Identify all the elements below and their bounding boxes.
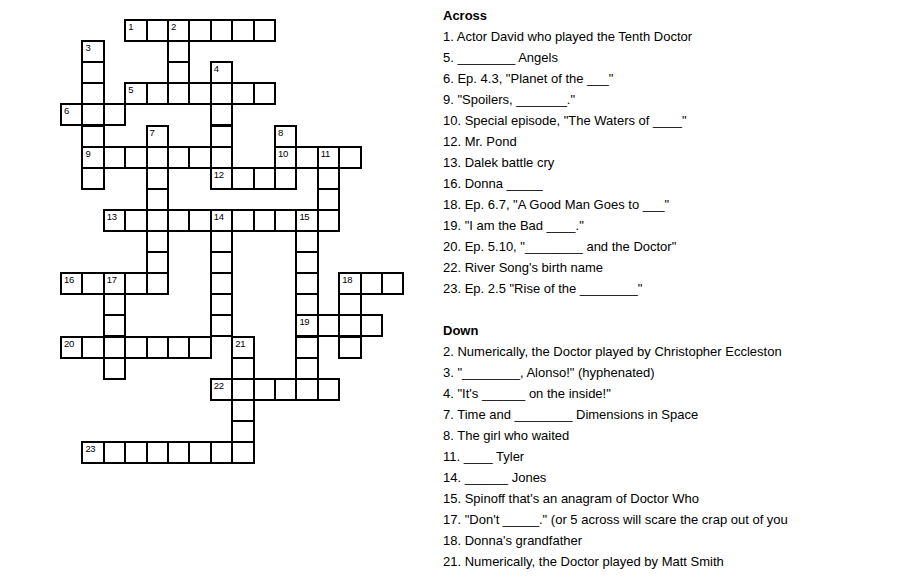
grid-cell-r7c8[interactable]	[231, 167, 254, 190]
grid-cell-r17c7[interactable]: 22	[210, 378, 233, 401]
grid-cell-r17c12[interactable]	[317, 378, 340, 401]
clue-number: 20	[64, 339, 74, 349]
grid-cell-r15c11[interactable]	[295, 336, 318, 359]
grid-cell-r20c7[interactable]	[210, 441, 233, 464]
grid-cell-r14c12[interactable]	[317, 314, 340, 337]
across-clue: 20. Ep. 5.10, "________ and the Doctor"	[443, 236, 888, 257]
grid-cell-r4c1[interactable]	[81, 103, 104, 126]
clue-number: 17	[107, 275, 117, 285]
grid-cell-r15c6[interactable]	[188, 336, 211, 359]
across-clue: 19. "I am the Bad ____."	[443, 215, 888, 236]
clue-number: 12	[214, 170, 224, 180]
grid-cell-r11c11[interactable]	[295, 251, 318, 274]
grid-cell-r14c13[interactable]	[338, 314, 361, 337]
clue-number: 2	[171, 22, 176, 32]
grid-cell-r12c15[interactable]	[381, 272, 404, 295]
grid-cell-r10c7[interactable]	[210, 230, 233, 253]
grid-cell-r9c7[interactable]: 14	[210, 209, 233, 232]
grid-cell-r12c4[interactable]	[146, 272, 169, 295]
clue-number: 5	[128, 85, 133, 95]
grid-cell-r0c4[interactable]	[146, 19, 169, 42]
grid-cell-r12c7[interactable]	[210, 272, 233, 295]
grid-cell-r9c12[interactable]	[317, 209, 340, 232]
grid-cell-r6c10[interactable]: 10	[274, 146, 297, 169]
grid-cell-r6c4[interactable]	[146, 146, 169, 169]
grid-cell-r5c7[interactable]	[210, 125, 233, 148]
grid-cell-r14c14[interactable]	[360, 314, 383, 337]
clue-number: 7	[150, 128, 155, 138]
grid-cell-r15c2[interactable]	[103, 336, 126, 359]
grid-cell-r2c1[interactable]	[81, 61, 104, 84]
grid-cell-r15c3[interactable]	[124, 336, 147, 359]
grid-cell-r0c6[interactable]	[188, 19, 211, 42]
grid-cell-r15c5[interactable]	[167, 336, 190, 359]
grid-cell-r12c14[interactable]	[360, 272, 383, 295]
grid-cell-r6c12[interactable]: 11	[317, 146, 340, 169]
grid-cell-r0c9[interactable]	[253, 19, 276, 42]
down-clue: 4. "It's ______ on the inside!"	[443, 383, 888, 404]
grid-cell-r18c8[interactable]	[231, 399, 254, 422]
clue-number: 4	[214, 64, 219, 74]
grid-cell-r9c10[interactable]	[274, 209, 297, 232]
grid-cell-r6c7[interactable]	[210, 146, 233, 169]
grid-cell-r8c12[interactable]	[317, 188, 340, 211]
grid-cell-r6c6[interactable]	[188, 146, 211, 169]
grid-cell-r12c3[interactable]	[124, 272, 147, 295]
clue-number: 15	[299, 212, 309, 222]
grid-cell-r15c8[interactable]: 21	[231, 336, 254, 359]
grid-cell-r17c10[interactable]	[274, 378, 297, 401]
clue-number: 21	[235, 339, 245, 349]
across-clue: 16. Donna _____	[443, 173, 888, 194]
grid-cell-r20c6[interactable]	[188, 441, 211, 464]
grid-cell-r15c0[interactable]: 20	[60, 336, 83, 359]
grid-cell-r13c2[interactable]	[103, 293, 126, 316]
grid-cell-r9c9[interactable]	[253, 209, 276, 232]
grid-cell-r9c3[interactable]	[124, 209, 147, 232]
grid-cell-r1c5[interactable]	[167, 40, 190, 63]
grid-cell-r1c1[interactable]: 3	[81, 40, 104, 63]
grid-cell-r19c8[interactable]	[231, 420, 254, 443]
grid-cell-r12c0[interactable]: 16	[60, 272, 83, 295]
across-clue: 5. ________ Angels	[443, 47, 888, 68]
down-clue: 11. ____ Tyler	[443, 446, 888, 467]
grid-cell-r3c1[interactable]	[81, 82, 104, 105]
grid-cell-r20c4[interactable]	[146, 441, 169, 464]
grid-cell-r12c11[interactable]	[295, 272, 318, 295]
down-clue: 7. Time and ________ Dimensions in Space	[443, 404, 888, 425]
grid-cell-r5c1[interactable]	[81, 125, 104, 148]
clue-number: 23	[85, 444, 95, 454]
grid-cell-r20c3[interactable]	[124, 441, 147, 464]
grid-cell-r16c8[interactable]	[231, 357, 254, 380]
grid-cell-r16c11[interactable]	[295, 357, 318, 380]
grid-cell-r12c1[interactable]	[81, 272, 104, 295]
grid-cell-r6c1[interactable]: 9	[81, 146, 104, 169]
grid-cell-r17c11[interactable]	[295, 378, 318, 401]
grid-cell-r4c2[interactable]	[103, 103, 126, 126]
grid-cell-r12c2[interactable]: 17	[103, 272, 126, 295]
clue-number: 16	[64, 275, 74, 285]
down-clue: 18. Donna's grandfather	[443, 530, 888, 551]
across-clue: 9. "Spoilers, _______."	[443, 89, 888, 110]
grid-cell-r9c5[interactable]	[167, 209, 190, 232]
clue-number: 10	[278, 149, 288, 159]
grid-cell-r3c9[interactable]	[253, 82, 276, 105]
grid-cell-r7c10[interactable]	[274, 167, 297, 190]
grid-cell-r4c0[interactable]: 6	[60, 103, 83, 126]
grid-cell-r7c7[interactable]: 12	[210, 167, 233, 190]
grid-cell-r13c7[interactable]	[210, 293, 233, 316]
across-header: Across	[443, 5, 888, 26]
clue-number: 22	[214, 381, 224, 391]
grid-cell-r20c1[interactable]: 23	[81, 441, 104, 464]
down-clue: 17. "Don't _____." (or 5 across will sca…	[443, 509, 888, 530]
grid-cell-r15c4[interactable]	[146, 336, 169, 359]
down-clue: 15. Spinoff that's an anagram of Doctor …	[443, 488, 888, 509]
down-clue: 21. Numerically, the Doctor played by Ma…	[443, 551, 888, 572]
grid-cell-r14c11[interactable]: 19	[295, 314, 318, 337]
down-clue: 8. The girl who waited	[443, 425, 888, 446]
grid-cell-r3c8[interactable]	[231, 82, 254, 105]
grid-cell-r7c9[interactable]	[253, 167, 276, 190]
grid-cell-r3c6[interactable]	[188, 82, 211, 105]
grid-cell-r13c11[interactable]	[295, 293, 318, 316]
grid-cell-r20c2[interactable]	[103, 441, 126, 464]
down-clue-list: 2. Numerically, the Doctor played by Chr…	[443, 341, 888, 572]
grid-cell-r9c4[interactable]	[146, 209, 169, 232]
grid-cell-r11c7[interactable]	[210, 251, 233, 274]
clue-number: 11	[321, 149, 330, 159]
grid-cell-r6c3[interactable]	[124, 146, 147, 169]
grid-cell-r7c4[interactable]	[146, 167, 169, 190]
grid-cell-r9c8[interactable]	[231, 209, 254, 232]
grid-cell-r6c5[interactable]	[167, 146, 190, 169]
grid-cell-r3c7[interactable]	[210, 82, 233, 105]
down-clue: 2. Numerically, the Doctor played by Chr…	[443, 341, 888, 362]
grid-cell-r0c5[interactable]: 2	[167, 19, 190, 42]
grid-cell-r7c1[interactable]	[81, 167, 104, 190]
grid-cell-r20c5[interactable]	[167, 441, 190, 464]
down-clue: 3. "________, Alonso!" (hyphenated)	[443, 362, 888, 383]
grid-cell-r6c11[interactable]	[295, 146, 318, 169]
grid-cell-r2c5[interactable]	[167, 61, 190, 84]
across-clue: 1. Actor David who played the Tenth Doct…	[443, 26, 888, 47]
across-clue: 18. Ep. 6.7, "A Good Man Goes to ___"	[443, 194, 888, 215]
grid-cell-r11c4[interactable]	[146, 251, 169, 274]
down-clue: 14. ______ Jones	[443, 467, 888, 488]
crossword-page: 1234567891011121314151617181920212223 Ac…	[0, 0, 897, 588]
grid-cell-r15c13[interactable]	[338, 336, 361, 359]
grid-cell-r16c2[interactable]	[103, 357, 126, 380]
grid-cell-r0c7[interactable]	[210, 19, 233, 42]
grid-cell-r6c2[interactable]	[103, 146, 126, 169]
clue-number: 9	[85, 149, 90, 159]
clue-number: 14	[214, 212, 224, 222]
across-clue: 10. Special episode, "The Waters of ____…	[443, 110, 888, 131]
clue-number: 13	[107, 212, 117, 222]
grid-cell-r14c2[interactable]	[103, 314, 126, 337]
across-clue: 12. Mr. Pond	[443, 131, 888, 152]
grid-cell-r2c7[interactable]: 4	[210, 61, 233, 84]
grid-cell-r3c3[interactable]: 5	[124, 82, 147, 105]
grid-cell-r4c7[interactable]	[210, 103, 233, 126]
across-clue: 13. Dalek battle cry	[443, 152, 888, 173]
grid-cell-r3c4[interactable]	[146, 82, 169, 105]
grid-cell-r6c13[interactable]	[338, 146, 361, 169]
grid-cell-r10c4[interactable]	[146, 230, 169, 253]
clue-number: 18	[342, 275, 352, 285]
grid-cell-r7c12[interactable]	[317, 167, 340, 190]
grid-cell-r9c11[interactable]: 15	[295, 209, 318, 232]
clue-number: 6	[64, 106, 69, 116]
down-header: Down	[443, 320, 888, 341]
grid-cell-r0c8[interactable]	[231, 19, 254, 42]
grid-cell-r8c4[interactable]	[146, 188, 169, 211]
grid-cell-r3c5[interactable]	[167, 82, 190, 105]
clues-section-spacer	[443, 299, 888, 320]
clue-number: 8	[278, 128, 283, 138]
grid-cell-r17c9[interactable]	[253, 378, 276, 401]
across-clue: 6. Ep. 4.3, "Planet of the ___"	[443, 68, 888, 89]
across-clue: 22. River Song's birth name	[443, 257, 888, 278]
clues-panel: Across 1. Actor David who played the Ten…	[443, 5, 888, 572]
grid-cell-r0c3[interactable]: 1	[124, 19, 147, 42]
clue-number: 19	[299, 317, 309, 327]
grid-cell-r15c1[interactable]	[81, 336, 104, 359]
grid-cell-r9c6[interactable]	[188, 209, 211, 232]
grid-cell-r12c13[interactable]: 18	[338, 272, 361, 295]
grid-cell-r5c4[interactable]: 7	[146, 125, 169, 148]
grid-cell-r14c7[interactable]	[210, 314, 233, 337]
across-clue: 23. Ep. 2.5 "Rise of the ________"	[443, 278, 888, 299]
crossword-grid: 1234567891011121314151617181920212223	[60, 19, 406, 466]
grid-cell-r13c13[interactable]	[338, 293, 361, 316]
across-clue-list: 1. Actor David who played the Tenth Doct…	[443, 26, 888, 299]
grid-cell-r10c11[interactable]	[295, 230, 318, 253]
grid-cell-r17c8[interactable]	[231, 378, 254, 401]
clue-number: 1	[128, 22, 133, 32]
grid-cell-r5c10[interactable]: 8	[274, 125, 297, 148]
grid-cell-r20c8[interactable]	[231, 441, 254, 464]
grid-cell-r9c2[interactable]: 13	[103, 209, 126, 232]
clue-number: 3	[85, 43, 90, 53]
